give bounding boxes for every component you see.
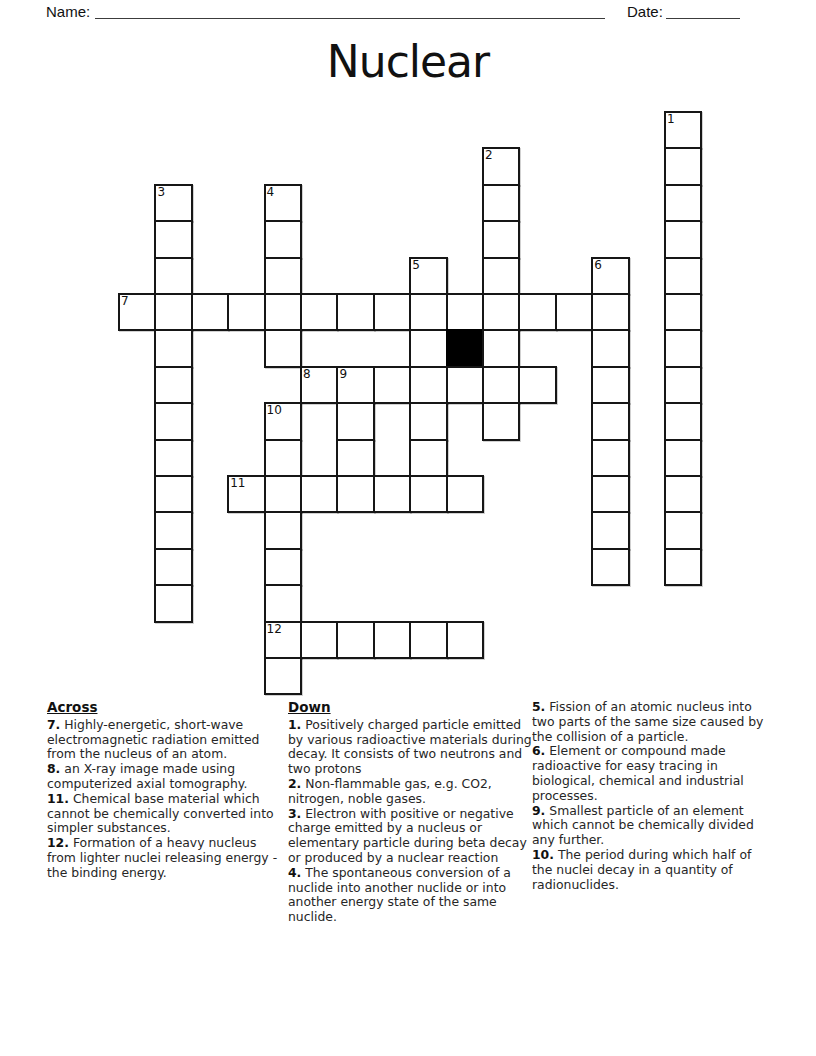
grid-cell[interactable] <box>191 293 229 331</box>
grid-cell[interactable] <box>154 220 192 258</box>
grid-cell[interactable] <box>409 621 447 659</box>
down-clues-list-1: 1. Positively charged particle emitted b… <box>288 718 533 925</box>
grid-cell[interactable] <box>154 439 192 477</box>
name-input-line[interactable] <box>95 2 605 19</box>
name-label: Name: <box>46 3 90 20</box>
clue: 7. Highly-energetic, short-wave electrom… <box>47 718 285 762</box>
grid-cell[interactable] <box>409 366 447 404</box>
cell-number: 10 <box>267 403 282 417</box>
cell-number: 9 <box>339 367 347 381</box>
grid-cell[interactable]: 11 <box>227 475 265 513</box>
grid-cell[interactable] <box>482 184 520 222</box>
clue-number: 11. <box>47 791 69 806</box>
grid-cell[interactable] <box>264 293 302 331</box>
grid-cell[interactable] <box>591 475 629 513</box>
grid-cell[interactable] <box>154 329 192 367</box>
grid-cell[interactable] <box>664 366 702 404</box>
grid-cell[interactable] <box>664 293 702 331</box>
grid-cell[interactable] <box>664 257 702 295</box>
grid-cell[interactable] <box>336 439 374 477</box>
grid-cell[interactable]: 9 <box>336 366 374 404</box>
grid-cell[interactable] <box>591 293 629 331</box>
clue-number: 4. <box>288 865 301 880</box>
across-clues-column: Across 7. Highly-energetic, short-wave e… <box>47 700 285 881</box>
cell-number: 1 <box>667 112 675 126</box>
clue: 5. Fission of an atomic nucleus into two… <box>532 700 774 744</box>
grid-cell[interactable] <box>446 293 484 331</box>
grid-cell[interactable] <box>154 366 192 404</box>
grid-cell[interactable] <box>264 511 302 549</box>
down-clues-column-2: 5. Fission of an atomic nucleus into two… <box>532 700 774 892</box>
clue-number: 3. <box>288 806 301 821</box>
clue: 12. Formation of a heavy nucleus from li… <box>47 836 285 880</box>
grid-cell[interactable] <box>409 293 447 331</box>
clue-number: 5. <box>532 699 545 714</box>
grid-cell[interactable] <box>664 220 702 258</box>
grid-cell[interactable] <box>264 439 302 477</box>
grid-cell[interactable] <box>664 439 702 477</box>
grid-cell[interactable]: 10 <box>264 402 302 440</box>
grid-cell[interactable] <box>409 402 447 440</box>
grid-cell[interactable] <box>154 257 192 295</box>
grid-cell[interactable] <box>482 220 520 258</box>
clue-number: 8. <box>47 761 60 776</box>
clue-number: 2. <box>288 776 301 791</box>
across-clues-list: 7. Highly-energetic, short-wave electrom… <box>47 718 285 881</box>
grid-cell[interactable]: 4 <box>264 184 302 222</box>
down-clues-column-1: Down 1. Positively charged particle emit… <box>288 700 533 925</box>
grid-cell[interactable] <box>154 511 192 549</box>
grid-cell[interactable] <box>664 402 702 440</box>
grid-cell[interactable] <box>264 657 302 695</box>
grid-cell[interactable] <box>446 475 484 513</box>
clue: 8. an X-ray image made using computerize… <box>47 762 285 792</box>
grid-cell[interactable] <box>154 475 192 513</box>
clue: 1. Positively charged particle emitted b… <box>288 718 533 777</box>
cell-number: 8 <box>303 367 311 381</box>
cell-number: 12 <box>267 622 282 636</box>
grid-cell[interactable] <box>591 366 629 404</box>
worksheet: { "game": "crossword", "title": "Nuclear… <box>0 0 816 1056</box>
grid-cell[interactable] <box>664 511 702 549</box>
clue: 10. The period during which half of the … <box>532 848 774 892</box>
clue: 2. Non-flammable gas, e.g. CO2, nitrogen… <box>288 777 533 807</box>
grid-cell[interactable] <box>373 621 411 659</box>
grid-cell[interactable] <box>227 293 265 331</box>
cell-number: 4 <box>267 185 275 199</box>
cell-number: 11 <box>230 476 245 490</box>
grid-cell[interactable] <box>264 329 302 367</box>
clue-number: 12. <box>47 835 69 850</box>
grid-cell[interactable] <box>264 548 302 586</box>
clue: 11. Chemical base material which cannot … <box>47 792 285 836</box>
grid-cell[interactable] <box>591 548 629 586</box>
grid-cell[interactable] <box>373 366 411 404</box>
grid-cell[interactable] <box>591 329 629 367</box>
cell-number: 2 <box>485 148 493 162</box>
grid-cell[interactable] <box>264 475 302 513</box>
grid-cell[interactable]: 7 <box>118 293 156 331</box>
grid-cell[interactable] <box>591 402 629 440</box>
grid-cell[interactable] <box>154 293 192 331</box>
grid-cell[interactable] <box>482 366 520 404</box>
grid-cell[interactable] <box>154 548 192 586</box>
clue-number: 9. <box>532 803 545 818</box>
cell-number: 7 <box>121 294 129 308</box>
clue: 3. Electron with positive or negative ch… <box>288 807 533 866</box>
black-cell <box>446 329 484 367</box>
date-label: Date: <box>627 3 663 20</box>
cell-number: 6 <box>594 258 602 272</box>
down-heading: Down <box>288 700 533 715</box>
grid-cell[interactable]: 5 <box>409 257 447 295</box>
cell-number: 5 <box>412 258 420 272</box>
grid-cell[interactable] <box>482 402 520 440</box>
grid-cell[interactable] <box>409 439 447 477</box>
clue-number: 7. <box>47 717 60 732</box>
grid-cell[interactable] <box>409 475 447 513</box>
grid-cell[interactable]: 6 <box>591 257 629 295</box>
clue-number: 10. <box>532 847 554 862</box>
clue: 9. Smallest particle of an element which… <box>532 804 774 848</box>
grid-cell[interactable] <box>154 584 192 622</box>
grid-cell[interactable] <box>264 220 302 258</box>
across-heading: Across <box>47 700 285 715</box>
grid-cell[interactable] <box>591 511 629 549</box>
clue: 6. Element or compound made radioactive … <box>532 744 774 803</box>
grid-cell[interactable] <box>555 293 593 331</box>
grid-cell[interactable] <box>518 366 556 404</box>
date-input-line[interactable] <box>666 2 740 19</box>
grid-cell[interactable]: 3 <box>154 184 192 222</box>
grid-cell[interactable]: 12 <box>264 621 302 659</box>
cell-number: 3 <box>157 185 165 199</box>
grid-cell[interactable] <box>264 257 302 295</box>
grid-cell[interactable] <box>373 293 411 331</box>
grid-cell[interactable] <box>300 621 338 659</box>
grid-cell[interactable]: 8 <box>300 366 338 404</box>
grid-cell[interactable] <box>518 293 556 331</box>
grid-cell[interactable] <box>482 329 520 367</box>
grid-cell[interactable] <box>336 475 374 513</box>
page-title: Nuclear <box>0 36 816 87</box>
grid-cell[interactable] <box>300 293 338 331</box>
grid-cell[interactable] <box>446 366 484 404</box>
grid-cell[interactable]: 2 <box>482 147 520 185</box>
grid-cell[interactable]: 1 <box>664 111 702 149</box>
grid-cell[interactable] <box>664 147 702 185</box>
grid-cell[interactable] <box>336 293 374 331</box>
clue-number: 1. <box>288 717 301 732</box>
down-clues-list-2: 5. Fission of an atomic nucleus into two… <box>532 700 774 892</box>
clue: 4. The spontaneous conversion of a nucli… <box>288 866 533 925</box>
grid-cell[interactable] <box>482 293 520 331</box>
grid-cell[interactable] <box>300 475 338 513</box>
grid-cell[interactable] <box>446 621 484 659</box>
grid-cell[interactable] <box>373 475 411 513</box>
grid-cell[interactable] <box>409 329 447 367</box>
grid-cell[interactable] <box>664 184 702 222</box>
grid-cell[interactable] <box>664 329 702 367</box>
grid-cell[interactable] <box>264 584 302 622</box>
grid-cell[interactable] <box>591 439 629 477</box>
grid-cell[interactable] <box>664 475 702 513</box>
grid-cell[interactable] <box>482 257 520 295</box>
grid-cell[interactable] <box>664 548 702 586</box>
grid-cell[interactable] <box>336 621 374 659</box>
crossword-grid: 123456789101112 <box>118 111 704 697</box>
clue-number: 6. <box>532 743 545 758</box>
grid-cell[interactable] <box>154 402 192 440</box>
grid-cell[interactable] <box>336 402 374 440</box>
